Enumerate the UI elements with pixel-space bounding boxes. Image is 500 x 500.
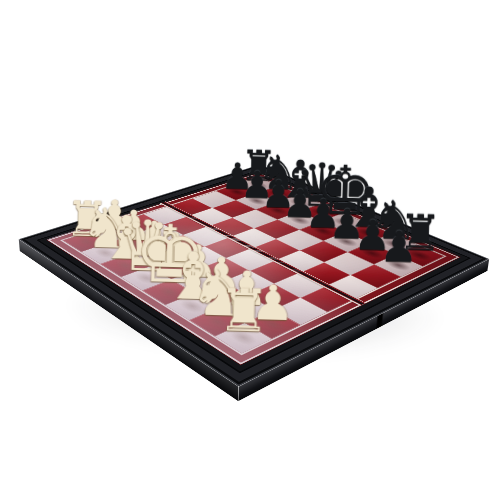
board-grid: ♜♞♝♛♚♝♞♜♟♟♟♟♟♟♟♟♟♟♟♟♟♟♟♟♜♞♝♛♚♝♞♜ [60, 176, 447, 355]
chess-set-product-photo: ♜♞♝♛♚♝♞♜♟♟♟♟♟♟♟♟♟♟♟♟♟♟♟♟♜♞♝♛♚♝♞♜ [0, 0, 500, 500]
chess-board: ♜♞♝♛♚♝♞♜♟♟♟♟♟♟♟♟♟♟♟♟♟♟♟♟♜♞♝♛♚♝♞♜ [19, 164, 489, 386]
piece-black-pawn-h7[interactable]: ♟ [379, 225, 418, 269]
perspective-wrapper: ♜♞♝♛♚♝♞♜♟♟♟♟♟♟♟♟♟♟♟♟♟♟♟♟♜♞♝♛♚♝♞♜ [0, 0, 500, 500]
piece-white-rook-h1[interactable]: ♜ [217, 282, 271, 342]
